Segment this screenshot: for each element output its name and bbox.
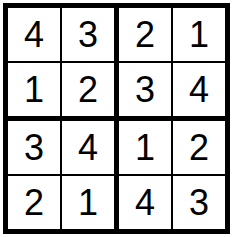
cell-r1c4[interactable]: 1 <box>173 8 225 61</box>
box-1-1: 4312 <box>8 8 114 116</box>
cell-r2c2[interactable]: 2 <box>62 63 114 116</box>
box-2-2: 1243 <box>119 121 225 229</box>
sudoku-board: 4312213434211243 <box>3 3 230 234</box>
cell-r1c2[interactable]: 3 <box>62 8 114 61</box>
cell-r3c3[interactable]: 1 <box>119 121 171 174</box>
cell-r4c4[interactable]: 3 <box>173 176 225 229</box>
cell-r4c3[interactable]: 4 <box>119 176 171 229</box>
cell-r3c4[interactable]: 2 <box>173 121 225 174</box>
cell-r3c1[interactable]: 3 <box>8 121 60 174</box>
box-1-2: 2134 <box>119 8 225 116</box>
cell-r3c2[interactable]: 4 <box>62 121 114 174</box>
cell-r4c2[interactable]: 1 <box>62 176 114 229</box>
cell-r2c1[interactable]: 1 <box>8 63 60 116</box>
cell-r4c1[interactable]: 2 <box>8 176 60 229</box>
cell-r1c3[interactable]: 2 <box>119 8 171 61</box>
cell-r2c4[interactable]: 4 <box>173 63 225 116</box>
cell-r2c3[interactable]: 3 <box>119 63 171 116</box>
box-2-1: 3421 <box>8 121 114 229</box>
cell-r1c1[interactable]: 4 <box>8 8 60 61</box>
